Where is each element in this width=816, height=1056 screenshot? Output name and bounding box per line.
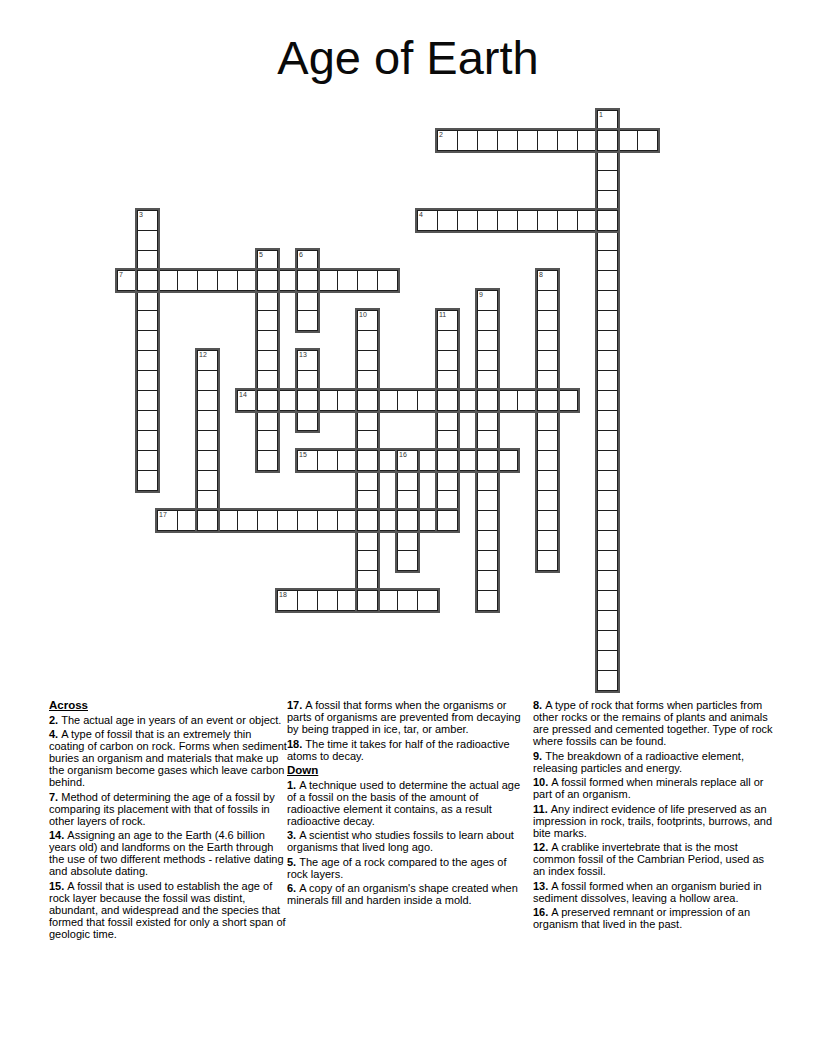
cell-number-17: 17	[159, 511, 167, 519]
grid-cell-r15-c4[interactable]	[197, 410, 218, 431]
grid-cell-r8-c1[interactable]	[137, 270, 158, 291]
grid-cell-r19-c18[interactable]	[477, 490, 498, 511]
grid-cell-r14-c21[interactable]	[537, 390, 558, 411]
grid-cell-r1-c24[interactable]	[597, 130, 618, 151]
clue-10: 10. A fossil formed when minerals replac…	[533, 776, 773, 800]
grid-cell-r14-c8[interactable]	[277, 390, 298, 411]
cell-number-6: 6	[299, 251, 303, 259]
grid-cell-r20-c9[interactable]	[297, 510, 318, 531]
grid-cell-r10-c9[interactable]	[297, 310, 318, 331]
grid-cell-r17-c15[interactable]	[417, 450, 438, 471]
grid-cell-r21-c12[interactable]	[357, 530, 378, 551]
grid-cell-r15-c9[interactable]	[297, 410, 318, 431]
grid-cell-r7-c1[interactable]	[137, 250, 158, 271]
clue-number-label: 17.	[287, 699, 305, 711]
grid-cell-r14-c18[interactable]	[477, 390, 498, 411]
cell-number-14: 14	[239, 391, 247, 399]
grid-cell-r14-c9[interactable]	[297, 390, 318, 411]
clue-number-label: 5.	[287, 856, 299, 868]
clue-3: 3. A scientist who studies fossils to le…	[287, 829, 527, 853]
grid-cell-r20-c10[interactable]	[317, 510, 338, 531]
grid-cell-r15-c24[interactable]	[597, 410, 618, 431]
grid-cell-r1-c19[interactable]	[497, 130, 518, 151]
grid-cell-r8-c24[interactable]	[597, 270, 618, 291]
clue-number-label: 7.	[49, 791, 61, 803]
clue-18: 18. The time it takes for half of the ra…	[287, 738, 527, 762]
clue-number-label: 15.	[49, 880, 67, 892]
grid-cell-r22-c24[interactable]	[597, 550, 618, 571]
clue-number-label: 9.	[533, 750, 545, 762]
grid-cell-r20-c4[interactable]	[197, 510, 218, 531]
clue-11: 11. Any indirect evidence of life preser…	[533, 803, 773, 839]
grid-cell-r10-c1[interactable]	[137, 310, 158, 331]
grid-cell-r20-c24[interactable]	[597, 510, 618, 531]
grid-cell-r15-c12[interactable]	[357, 410, 378, 431]
cell-number-12: 12	[199, 351, 207, 359]
grid-cell-r18-c4[interactable]	[197, 470, 218, 491]
grid-cell-r14-c24[interactable]	[597, 390, 618, 411]
grid-cell-r8-c7[interactable]	[257, 270, 278, 291]
clue-number-label: 6.	[287, 882, 299, 894]
grid-cell-r17-c11[interactable]	[337, 450, 358, 471]
grid-cell-r1-c18[interactable]	[477, 130, 498, 151]
grid-cell-r14-c12[interactable]	[357, 390, 378, 411]
clues-header-across: Across	[49, 699, 289, 711]
grid-cell-r5-c18[interactable]	[477, 210, 498, 231]
grid-cell-r3-c24[interactable]	[597, 170, 618, 191]
grid-cell-r13-c24[interactable]	[597, 370, 618, 391]
grid-cell-r11-c1[interactable]	[137, 330, 158, 351]
clue-column-3: 8. A type of rock that forms when partic…	[533, 699, 773, 933]
grid-cell-r16-c24[interactable]	[597, 430, 618, 451]
clue-17: 17. A fossil that forms when the organis…	[287, 699, 527, 735]
grid-cell-r1-c25[interactable]	[617, 130, 638, 151]
grid-cell-r9-c7[interactable]	[257, 290, 278, 311]
grid-cell-r24-c14[interactable]	[397, 590, 418, 611]
grid-cell-r18-c24[interactable]	[597, 470, 618, 491]
grid-cell-r14-c20[interactable]	[517, 390, 538, 411]
grid-cell-r28-c24[interactable]	[597, 670, 618, 691]
grid-cell-r17-c1[interactable]	[137, 450, 158, 471]
grid-cell-r18-c18[interactable]	[477, 470, 498, 491]
grid-cell-r10-c24[interactable]	[597, 310, 618, 331]
grid-cell-r11-c16[interactable]	[437, 330, 458, 351]
grid-cell-r18-c12[interactable]	[357, 470, 378, 491]
grid-cell-r7-c24[interactable]	[597, 250, 618, 271]
grid-cell-r8-c3[interactable]	[177, 270, 198, 291]
grid-cell-r14-c1[interactable]	[137, 390, 158, 411]
grid-cell-r24-c24[interactable]	[597, 590, 618, 611]
grid-cell-r20-c13[interactable]	[377, 510, 398, 531]
puzzle-title: Age of Earth	[0, 30, 816, 85]
grid-cell-r5-c22[interactable]	[557, 210, 578, 231]
grid-cell-r20-c11[interactable]	[337, 510, 358, 531]
grid-cell-r21-c24[interactable]	[597, 530, 618, 551]
grid-cell-r20-c18[interactable]	[477, 510, 498, 531]
grid-cell-r22-c14[interactable]	[397, 550, 418, 571]
grid-cell-r19-c12[interactable]	[357, 490, 378, 511]
grid-cell-r14-c4[interactable]	[197, 390, 218, 411]
grid-cell-r8-c10[interactable]	[317, 270, 338, 291]
grid-cell-r2-c24[interactable]	[597, 150, 618, 171]
grid-cell-r21-c18[interactable]	[477, 530, 498, 551]
grid-cell-r14-c22[interactable]	[557, 390, 578, 411]
grid-cell-r11-c24[interactable]	[597, 330, 618, 351]
grid-cell-r14-c10[interactable]	[317, 390, 338, 411]
grid-cell-r23-c12[interactable]	[357, 570, 378, 591]
grid-cell-r19-c16[interactable]	[437, 490, 458, 511]
grid-cell-r13-c7[interactable]	[257, 370, 278, 391]
clue-number-label: 12.	[533, 841, 551, 853]
grid-cell-r1-c17[interactable]	[457, 130, 478, 151]
grid-cell-r24-c13[interactable]	[377, 590, 398, 611]
grid-cell-r13-c9[interactable]	[297, 370, 318, 391]
grid-cell-r27-c24[interactable]	[597, 650, 618, 671]
clue-9: 9. The breakdown of a radioactive elemen…	[533, 750, 773, 774]
grid-cell-r10-c7[interactable]	[257, 310, 278, 331]
grid-cell-r15-c1[interactable]	[137, 410, 158, 431]
grid-cell-r13-c21[interactable]	[537, 370, 558, 391]
grid-cell-r9-c9[interactable]	[297, 290, 318, 311]
clue-7: 7. Method of determining the age of a fo…	[49, 791, 289, 827]
grid-cell-r20-c15[interactable]	[417, 510, 438, 531]
cell-number-18: 18	[279, 591, 287, 599]
clue-4: 4. A type of fossil that is an extremely…	[49, 728, 289, 788]
cell-number-2: 2	[439, 131, 443, 139]
grid-cell-r16-c21[interactable]	[537, 430, 558, 451]
grid-cell-r16-c7[interactable]	[257, 430, 278, 451]
clue-13: 13. A fossil formed when an organism bur…	[533, 880, 773, 904]
grid-cell-r14-c15[interactable]	[417, 390, 438, 411]
grid-cell-r14-c11[interactable]	[337, 390, 358, 411]
clue-2: 2. The actual age in years of an event o…	[49, 714, 289, 726]
clue-1: 1. A technique used to determine the act…	[287, 779, 527, 827]
grid-cell-r24-c11[interactable]	[337, 590, 358, 611]
grid-cell-r22-c12[interactable]	[357, 550, 378, 571]
clue-14: 14. Assigning an age to the Earth (4.6 b…	[49, 829, 289, 877]
grid-cell-r5-c21[interactable]	[537, 210, 558, 231]
clue-number-label: 4.	[49, 728, 61, 740]
grid-cell-r14-c7[interactable]	[257, 390, 278, 411]
clue-number-label: 16.	[533, 906, 551, 918]
grid-cell-r5-c23[interactable]	[577, 210, 598, 231]
clue-column-2: 17. A fossil that forms when the organis…	[287, 699, 527, 909]
grid-cell-r23-c24[interactable]	[597, 570, 618, 591]
grid-cell-r12-c24[interactable]	[597, 350, 618, 371]
grid-cell-r16-c16[interactable]	[437, 430, 458, 451]
grid-cell-r24-c9[interactable]	[297, 590, 318, 611]
clue-5: 5. The age of a rock compared to the age…	[287, 856, 527, 880]
grid-cell-r24-c15[interactable]	[417, 590, 438, 611]
clues-header-down: Down	[287, 764, 527, 776]
clue-number-label: 8.	[533, 699, 545, 711]
clue-16: 16. A preserved remnant or impression of…	[533, 906, 773, 930]
grid-cell-r16-c4[interactable]	[197, 430, 218, 451]
grid-cell-r15-c7[interactable]	[257, 410, 278, 431]
grid-cell-r8-c5[interactable]	[217, 270, 238, 291]
grid-cell-r20-c5[interactable]	[217, 510, 238, 531]
grid-cell-r13-c12[interactable]	[357, 370, 378, 391]
grid-cell-r13-c18[interactable]	[477, 370, 498, 391]
grid-cell-r12-c1[interactable]	[137, 350, 158, 371]
grid-cell-r5-c17[interactable]	[457, 210, 478, 231]
grid-cell-r25-c24[interactable]	[597, 610, 618, 631]
clue-6: 6. A copy of an organism's shape created…	[287, 882, 527, 906]
grid-cell-r14-c17[interactable]	[457, 390, 478, 411]
grid-cell-r14-c14[interactable]	[397, 390, 418, 411]
grid-cell-r10-c18[interactable]	[477, 310, 498, 331]
clue-number-label: 2.	[49, 714, 61, 726]
grid-cell-r11-c21[interactable]	[537, 330, 558, 351]
cell-number-3: 3	[139, 211, 143, 219]
grid-cell-r20-c7[interactable]	[257, 510, 278, 531]
cell-number-5: 5	[259, 251, 263, 259]
grid-cell-r20-c3[interactable]	[177, 510, 198, 531]
grid-cell-r1-c26[interactable]	[637, 130, 658, 151]
grid-cell-r20-c6[interactable]	[237, 510, 258, 531]
grid-cell-r14-c19[interactable]	[497, 390, 518, 411]
grid-cell-r16-c18[interactable]	[477, 430, 498, 451]
cell-number-4: 4	[419, 211, 423, 219]
cell-number-10: 10	[359, 311, 367, 319]
grid-cell-r17-c19[interactable]	[497, 450, 518, 471]
grid-cell-r12-c12[interactable]	[357, 350, 378, 371]
grid-cell-r22-c18[interactable]	[477, 550, 498, 571]
cell-number-7: 7	[119, 271, 123, 279]
grid-cell-r5-c16[interactable]	[437, 210, 458, 231]
grid-cell-r1-c20[interactable]	[517, 130, 538, 151]
grid-cell-r15-c16[interactable]	[437, 410, 458, 431]
grid-cell-r20-c12[interactable]	[357, 510, 378, 531]
grid-cell-r13-c1[interactable]	[137, 370, 158, 391]
grid-cell-r23-c18[interactable]	[477, 570, 498, 591]
clue-number-label: 11.	[533, 803, 551, 815]
grid-cell-r17-c17[interactable]	[457, 450, 478, 471]
clue-column-1: Across2. The actual age in years of an e…	[49, 699, 289, 942]
worksheet-page: Age of Earth 123456789101112131415161718…	[0, 0, 816, 1056]
grid-cell-r17-c4[interactable]	[197, 450, 218, 471]
grid-cell-r11-c18[interactable]	[477, 330, 498, 351]
grid-cell-r15-c21[interactable]	[537, 410, 558, 431]
clue-12: 12. A crablike invertebrate that is the …	[533, 841, 773, 877]
clue-number-label: 10.	[533, 776, 551, 788]
grid-cell-r11-c7[interactable]	[257, 330, 278, 351]
grid-cell-r9-c21[interactable]	[537, 290, 558, 311]
clue-number-label: 3.	[287, 829, 299, 841]
grid-cell-r12-c16[interactable]	[437, 350, 458, 371]
grid-cell-r17-c7[interactable]	[257, 450, 278, 471]
grid-cell-r8-c8[interactable]	[277, 270, 298, 291]
crossword-grid: 123456789101112131415161718	[117, 110, 665, 698]
grid-cell-r20-c14[interactable]	[397, 510, 418, 531]
grid-cell-r20-c16[interactable]	[437, 510, 458, 531]
grid-cell-r26-c24[interactable]	[597, 630, 618, 651]
cell-number-13: 13	[299, 351, 307, 359]
grid-cell-r17-c18[interactable]	[477, 450, 498, 471]
grid-cell-r20-c8[interactable]	[277, 510, 298, 531]
grid-cell-r21-c21[interactable]	[537, 530, 558, 551]
grid-cell-r18-c14[interactable]	[397, 470, 418, 491]
grid-cell-r8-c12[interactable]	[357, 270, 378, 291]
grid-cell-r19-c24[interactable]	[597, 490, 618, 511]
grid-cell-r19-c21[interactable]	[537, 490, 558, 511]
grid-cell-r19-c4[interactable]	[197, 490, 218, 511]
grid-cell-r17-c16[interactable]	[437, 450, 458, 471]
grid-cell-r13-c4[interactable]	[197, 370, 218, 391]
grid-cell-r17-c24[interactable]	[597, 450, 618, 471]
grid-cell-r14-c16[interactable]	[437, 390, 458, 411]
grid-cell-r11-c12[interactable]	[357, 330, 378, 351]
grid-cell-r12-c21[interactable]	[537, 350, 558, 371]
grid-cell-r5-c19[interactable]	[497, 210, 518, 231]
grid-cell-r5-c20[interactable]	[517, 210, 538, 231]
cell-number-11: 11	[439, 311, 446, 319]
grid-cell-r8-c11[interactable]	[337, 270, 358, 291]
grid-cell-r18-c16[interactable]	[437, 470, 458, 491]
grid-cell-r18-c1[interactable]	[137, 470, 158, 491]
cell-number-1: 1	[599, 111, 603, 119]
grid-cell-r19-c14[interactable]	[397, 490, 418, 511]
grid-cell-r10-c21[interactable]	[537, 310, 558, 331]
cell-number-15: 15	[299, 451, 307, 459]
grid-cell-r8-c13[interactable]	[377, 270, 398, 291]
grid-cell-r8-c6[interactable]	[237, 270, 258, 291]
clue-number-label: 1.	[287, 779, 299, 791]
clue-number-label: 14.	[49, 829, 67, 841]
cell-number-9: 9	[479, 291, 483, 299]
grid-cell-r1-c21[interactable]	[537, 130, 558, 151]
cell-number-8: 8	[539, 271, 543, 279]
grid-cell-r20-c21[interactable]	[537, 510, 558, 531]
grid-cell-r21-c14[interactable]	[397, 530, 418, 551]
grid-cell-r12-c18[interactable]	[477, 350, 498, 371]
grid-cell-r24-c10[interactable]	[317, 590, 338, 611]
grid-cell-r9-c24[interactable]	[597, 290, 618, 311]
grid-cell-r16-c1[interactable]	[137, 430, 158, 451]
grid-cell-r13-c16[interactable]	[437, 370, 458, 391]
grid-cell-r5-c24[interactable]	[597, 210, 618, 231]
grid-cell-r9-c1[interactable]	[137, 290, 158, 311]
grid-cell-r1-c23[interactable]	[577, 130, 598, 151]
grid-cell-r24-c18[interactable]	[477, 590, 498, 611]
grid-cell-r12-c7[interactable]	[257, 350, 278, 371]
grid-cell-r8-c4[interactable]	[197, 270, 218, 291]
clue-8: 8. A type of rock that forms when partic…	[533, 699, 773, 747]
clue-number-label: 18.	[287, 738, 305, 750]
grid-cell-r18-c21[interactable]	[537, 470, 558, 491]
grid-cell-r22-c21[interactable]	[537, 550, 558, 571]
grid-cell-r8-c9[interactable]	[297, 270, 318, 291]
grid-cell-r6-c24[interactable]	[597, 230, 618, 251]
grid-cell-r16-c12[interactable]	[357, 430, 378, 451]
grid-cell-r8-c2[interactable]	[157, 270, 178, 291]
grid-cell-r6-c1[interactable]	[137, 230, 158, 251]
grid-cell-r15-c18[interactable]	[477, 410, 498, 431]
grid-cell-r1-c22[interactable]	[557, 130, 578, 151]
grid-cell-r17-c21[interactable]	[537, 450, 558, 471]
clue-number-label: 13.	[533, 880, 551, 892]
grid-cell-r17-c10[interactable]	[317, 450, 338, 471]
grid-cell-r17-c12[interactable]	[357, 450, 378, 471]
grid-cell-r4-c24[interactable]	[597, 190, 618, 211]
cell-number-16: 16	[399, 451, 407, 459]
grid-cell-r24-c12[interactable]	[357, 590, 378, 611]
grid-cell-r14-c13[interactable]	[377, 390, 398, 411]
grid-cell-r17-c13[interactable]	[377, 450, 398, 471]
clue-15: 15. A fossil that is used to establish t…	[49, 880, 289, 940]
